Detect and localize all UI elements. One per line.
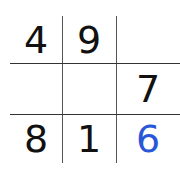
cell-r2c3[interactable]: 7	[116, 63, 180, 114]
cell-r3c1[interactable]: 8	[10, 114, 62, 163]
cell-r1c1[interactable]: 4	[10, 16, 62, 63]
cell-r1c2[interactable]: 9	[62, 16, 116, 63]
cell-r1c3[interactable]	[116, 16, 180, 63]
cell-r3c3[interactable]: 6	[116, 114, 180, 163]
sudoku-board: 4 9 7 8 1 6	[10, 16, 180, 163]
cell-r2c2[interactable]	[62, 63, 116, 114]
cell-r2c1[interactable]	[10, 63, 62, 114]
cell-r3c2[interactable]: 1	[62, 114, 116, 163]
